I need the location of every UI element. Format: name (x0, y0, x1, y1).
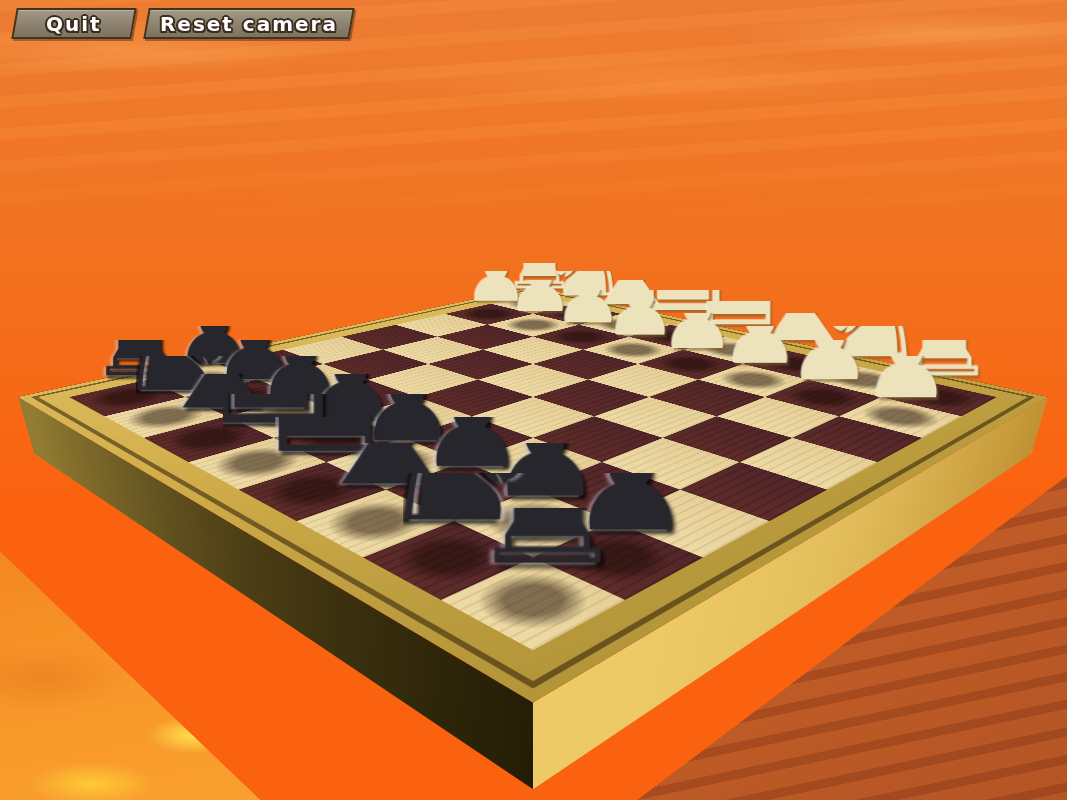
quit-button[interactable]: Quit (11, 8, 136, 39)
board-scene: ♜♞♝♛♚♝♞♜♟♟♟♟♟♟♟♟♟♟♟♟♟♟♟♟♜♞♝♛♚♝♞♜ (0, 0, 1067, 800)
chess-board: ♜♞♝♛♚♝♞♜♟♟♟♟♟♟♟♟♟♟♟♟♟♟♟♟♜♞♝♛♚♝♞♜ (18, 287, 1048, 703)
reset-camera-button[interactable]: Reset camera (143, 8, 354, 39)
quit-button-label: Quit (46, 12, 102, 36)
rook-glyph: ♜ (463, 404, 631, 592)
reset-camera-button-label: Reset camera (160, 12, 338, 36)
pawn-glyph: ♟ (862, 314, 951, 413)
